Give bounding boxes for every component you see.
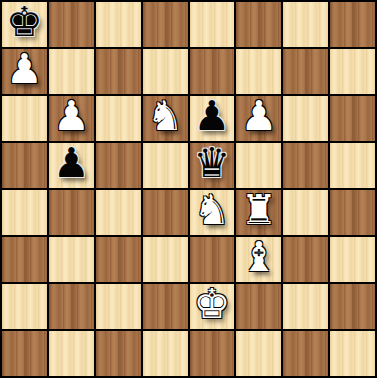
square-f6[interactable]: ♟: [236, 96, 281, 141]
square-c2[interactable]: [96, 284, 141, 329]
square-a3[interactable]: [2, 237, 47, 282]
square-c4[interactable]: [96, 190, 141, 235]
white-pawn[interactable]: ♟: [53, 96, 90, 137]
black-pawn[interactable]: ♟: [194, 96, 231, 137]
square-b1[interactable]: [49, 331, 94, 376]
square-c1[interactable]: [96, 331, 141, 376]
square-c6[interactable]: [96, 96, 141, 141]
square-f4[interactable]: ♜: [236, 190, 281, 235]
square-c7[interactable]: [96, 49, 141, 94]
square-d8[interactable]: [143, 2, 188, 47]
square-g5[interactable]: [283, 143, 328, 188]
white-king[interactable]: ♚: [194, 284, 231, 325]
square-b7[interactable]: [49, 49, 94, 94]
square-e3[interactable]: [190, 237, 235, 282]
square-b4[interactable]: [49, 190, 94, 235]
square-g4[interactable]: [283, 190, 328, 235]
black-queen[interactable]: ♛: [194, 143, 231, 184]
square-e7[interactable]: [190, 49, 235, 94]
square-b6[interactable]: ♟: [49, 96, 94, 141]
square-f2[interactable]: [236, 284, 281, 329]
square-e4[interactable]: ♞: [190, 190, 235, 235]
square-b8[interactable]: [49, 2, 94, 47]
square-a7[interactable]: ♟: [2, 49, 47, 94]
white-bishop[interactable]: ♝: [240, 237, 277, 278]
square-e1[interactable]: [190, 331, 235, 376]
square-g6[interactable]: [283, 96, 328, 141]
square-h2[interactable]: [330, 284, 375, 329]
square-g1[interactable]: [283, 331, 328, 376]
square-h7[interactable]: [330, 49, 375, 94]
square-f1[interactable]: [236, 331, 281, 376]
square-a2[interactable]: [2, 284, 47, 329]
square-c5[interactable]: [96, 143, 141, 188]
white-knight[interactable]: ♞: [194, 190, 231, 231]
square-d4[interactable]: [143, 190, 188, 235]
square-h6[interactable]: [330, 96, 375, 141]
square-f8[interactable]: [236, 2, 281, 47]
white-pawn[interactable]: ♟: [6, 49, 43, 90]
square-b3[interactable]: [49, 237, 94, 282]
square-a8[interactable]: ♚: [2, 2, 47, 47]
square-h4[interactable]: [330, 190, 375, 235]
square-e2[interactable]: ♚: [190, 284, 235, 329]
square-d3[interactable]: [143, 237, 188, 282]
square-f3[interactable]: ♝: [236, 237, 281, 282]
square-e8[interactable]: [190, 2, 235, 47]
square-a1[interactable]: [2, 331, 47, 376]
square-a4[interactable]: [2, 190, 47, 235]
square-h5[interactable]: [330, 143, 375, 188]
square-d7[interactable]: [143, 49, 188, 94]
square-a6[interactable]: [2, 96, 47, 141]
square-c8[interactable]: [96, 2, 141, 47]
square-d2[interactable]: [143, 284, 188, 329]
white-knight[interactable]: ♞: [147, 96, 184, 137]
black-king[interactable]: ♚: [6, 2, 43, 43]
square-e5[interactable]: ♛: [190, 143, 235, 188]
square-d1[interactable]: [143, 331, 188, 376]
square-b5[interactable]: ♟: [49, 143, 94, 188]
square-g7[interactable]: [283, 49, 328, 94]
square-h3[interactable]: [330, 237, 375, 282]
square-g3[interactable]: [283, 237, 328, 282]
chess-board: ♚♟♟♞♟♟♟♛♞♜♝♚: [0, 0, 377, 378]
square-d5[interactable]: [143, 143, 188, 188]
square-b2[interactable]: [49, 284, 94, 329]
square-h8[interactable]: [330, 2, 375, 47]
white-pawn[interactable]: ♟: [240, 96, 277, 137]
square-g2[interactable]: [283, 284, 328, 329]
white-rook[interactable]: ♜: [240, 190, 277, 231]
square-e6[interactable]: ♟: [190, 96, 235, 141]
square-a5[interactable]: [2, 143, 47, 188]
square-c3[interactable]: [96, 237, 141, 282]
square-f5[interactable]: [236, 143, 281, 188]
black-pawn[interactable]: ♟: [53, 143, 90, 184]
square-g8[interactable]: [283, 2, 328, 47]
square-d6[interactable]: ♞: [143, 96, 188, 141]
square-f7[interactable]: [236, 49, 281, 94]
chess-board-wrapper: ♚♟♟♞♟♟♟♛♞♜♝♚: [0, 0, 377, 378]
square-h1[interactable]: [330, 331, 375, 376]
